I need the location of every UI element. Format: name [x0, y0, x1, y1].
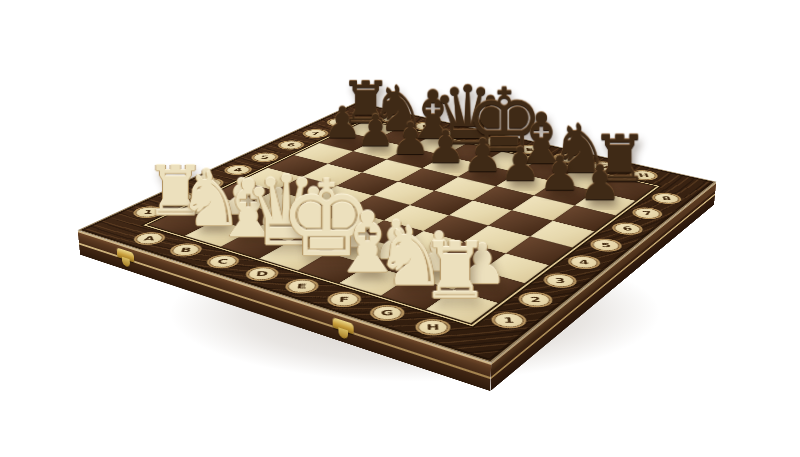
coord-label-file-C: C: [447, 129, 474, 138]
brass-clasp-hook: [121, 257, 129, 268]
coord-label-rank-5: 5: [588, 239, 623, 252]
scene: ABCDEFGH 12345678 ABCDEFGH 12345678 ♜♞♝♛…: [0, 0, 800, 457]
coord-label-file-E: E: [516, 145, 545, 154]
brass-clasp-hook: [338, 327, 348, 340]
coord-label-rank-8: 8: [326, 118, 352, 126]
piece-white-rook[interactable]: ♜: [373, 233, 538, 311]
coord-label-rank-6: 6: [276, 140, 304, 149]
coord-label-rank-7: 7: [630, 207, 664, 219]
coord-label-file-D: D: [481, 137, 508, 146]
brass-clasp: [116, 247, 134, 269]
coord-label-file-H: H: [415, 319, 451, 335]
brass-clasp: [332, 317, 353, 342]
coord-label-rank-4: 4: [566, 255, 602, 269]
piece-black-pawn[interactable]: ♟: [530, 158, 670, 206]
coord-label-rank-6: 6: [610, 222, 645, 234]
coord-label-file-B: B: [414, 122, 440, 131]
coord-label-rank-1: 1: [490, 312, 527, 328]
